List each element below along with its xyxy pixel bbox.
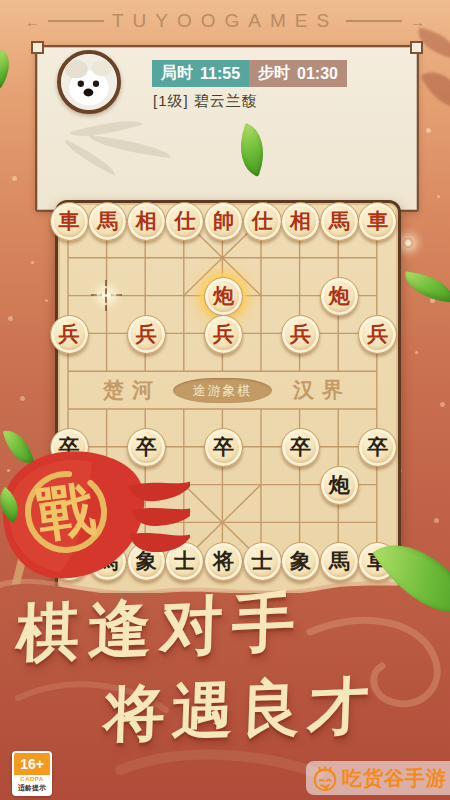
slogan-line-2: 将遇良才 — [103, 662, 450, 757]
right-arrow-icon: → — [410, 14, 425, 29]
piece-red-兵[interactable]: 兵 — [358, 315, 397, 354]
piece-red-相[interactable]: 相 — [281, 202, 320, 241]
piece-black-卒[interactable]: 卒 — [358, 428, 397, 467]
last-move-origin-marker — [93, 282, 120, 309]
piece-red-兵[interactable]: 兵 — [127, 315, 166, 354]
game-timer-label: 局时 — [161, 63, 193, 84]
piece-red-車[interactable]: 車 — [50, 202, 89, 241]
timer-badges: 局时 11:55 步时 01:30 — [152, 60, 347, 87]
piece-red-帥[interactable]: 帥 — [204, 202, 243, 241]
piece-red-兵[interactable]: 兵 — [204, 315, 243, 354]
leaf-decoration — [403, 271, 450, 302]
move-timer-value: 01:30 — [297, 65, 338, 83]
piece-black-卒[interactable]: 卒 — [281, 428, 320, 467]
piece-red-仕[interactable]: 仕 — [243, 202, 282, 241]
piece-red-兵[interactable]: 兵 — [50, 315, 89, 354]
dog-face-icon — [61, 54, 117, 110]
player-avatar[interactable] — [57, 50, 121, 114]
age-rating-badge: 16+ CADPA 适龄提示 — [12, 751, 52, 796]
age-rating-caption: 适龄提示 — [14, 783, 50, 793]
piece-black-卒[interactable]: 卒 — [204, 428, 243, 467]
move-timer-label: 步时 — [258, 63, 290, 84]
piece-red-車[interactable]: 車 — [358, 202, 397, 241]
header-divider-line — [48, 20, 104, 22]
piece-red-仕[interactable]: 仕 — [165, 202, 204, 241]
age-rating-org: CADPA — [14, 775, 50, 783]
watermark-text: 吃货谷手游 — [342, 765, 447, 792]
boy-face-icon — [310, 763, 340, 793]
brand-title: TUYOOGAMES — [112, 10, 338, 32]
glow-dot — [101, 290, 112, 301]
game-timer-badge: 局时 11:55 — [152, 60, 249, 87]
flag-character: 戰 — [33, 476, 99, 548]
header-divider-line — [346, 20, 402, 22]
sparkle-dots — [0, 0, 1, 1]
app-header: ← TUYOOGAMES → — [0, 8, 450, 34]
piece-red-兵[interactable]: 兵 — [281, 315, 320, 354]
piece-red-相[interactable]: 相 — [127, 202, 166, 241]
panel-corner-ornament — [410, 41, 423, 54]
panel-corner-ornament — [31, 41, 44, 54]
piece-red-馬[interactable]: 馬 — [320, 202, 359, 241]
player-name: [1级] 碧云兰馥 — [153, 92, 258, 111]
glow-sparkle — [403, 238, 413, 248]
watermark: 吃货谷手游 — [306, 761, 450, 795]
piece-red-炮[interactable]: 炮 — [204, 277, 243, 316]
game-timer-value: 11:55 — [200, 65, 240, 83]
piece-black-炮[interactable]: 炮 — [320, 466, 359, 505]
piece-red-馬[interactable]: 馬 — [88, 202, 127, 241]
left-arrow-icon: ← — [25, 14, 40, 29]
piece-red-炮[interactable]: 炮 — [320, 277, 359, 316]
age-rating-value: 16+ — [14, 753, 50, 775]
slogan-line-1: 棋逢对手 — [15, 573, 437, 678]
foliage-silhouette — [420, 62, 450, 118]
leaf-decoration — [0, 49, 18, 88]
move-timer-badge: 步时 01:30 — [249, 60, 347, 87]
